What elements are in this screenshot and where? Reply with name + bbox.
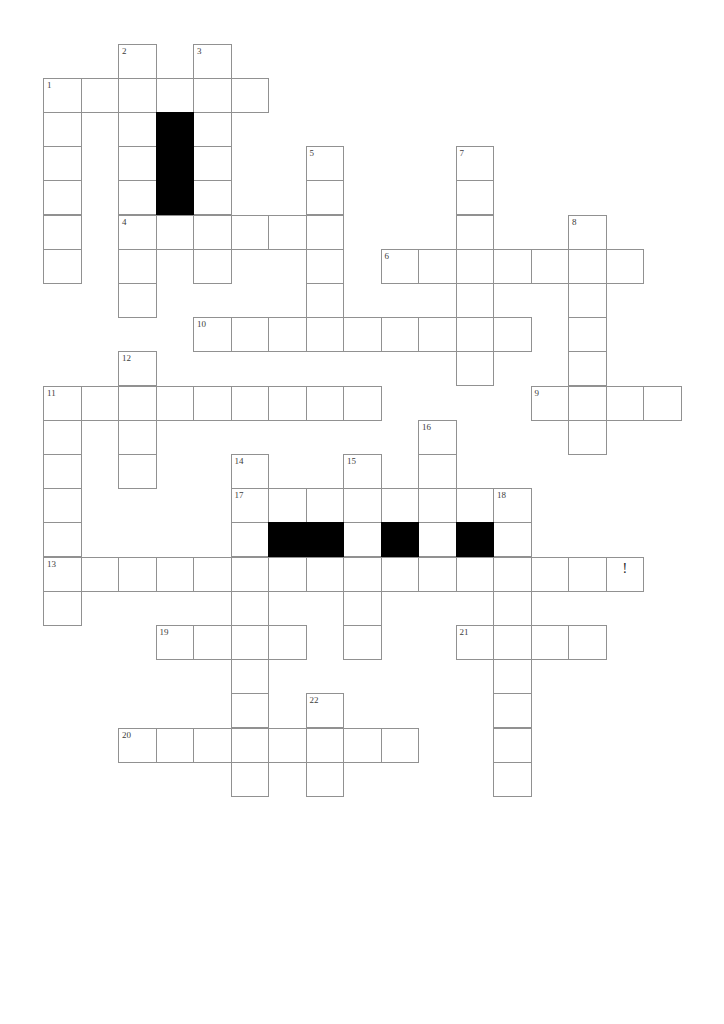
clue-number-13: 13 <box>47 559 56 570</box>
clue-number-6: 6 <box>385 251 390 262</box>
cell-r10c16[interactable] <box>643 386 682 421</box>
cell-r16c5[interactable] <box>231 591 270 626</box>
cell-r4c11[interactable] <box>456 180 495 215</box>
cell-r15c10[interactable] <box>418 557 457 592</box>
cell-r1c2[interactable] <box>118 78 157 113</box>
cell-r5c0[interactable] <box>43 215 82 250</box>
cell-r11c0[interactable] <box>43 420 82 455</box>
page: { "game": "crossword", "board": { "rows"… <box>0 0 724 1024</box>
cell-r6c15[interactable] <box>606 249 645 284</box>
cell-r19c5[interactable] <box>231 693 270 728</box>
cell-r20c5[interactable] <box>231 728 270 763</box>
cell-r5c14[interactable]: 8 <box>568 215 607 250</box>
cell-r14c10[interactable] <box>418 522 457 557</box>
cell-r17c13[interactable] <box>531 625 570 660</box>
cell-r13c7[interactable] <box>306 488 345 523</box>
cell-r3c0[interactable] <box>43 146 82 181</box>
cell-r21c7[interactable] <box>306 762 345 797</box>
cell-r1c1[interactable] <box>81 78 120 113</box>
cell-r1c5[interactable] <box>231 78 270 113</box>
clue-number-16: 16 <box>422 422 431 433</box>
cell-r15c15[interactable]: ! <box>606 557 645 592</box>
clue-number-15: 15 <box>347 456 356 467</box>
cell-r15c14[interactable] <box>568 557 607 592</box>
crossword-board: 231574861012119161415171813!19212220 <box>0 0 724 1024</box>
clue-number-18: 18 <box>497 490 506 501</box>
cell-r12c5[interactable]: 14 <box>231 454 270 489</box>
cell-r13c10[interactable] <box>418 488 457 523</box>
cell-r15c12[interactable] <box>493 557 532 592</box>
black-cell-r14c9 <box>381 522 420 557</box>
cell-r15c5[interactable] <box>231 557 270 592</box>
cell-r1c0[interactable]: 1 <box>43 78 82 113</box>
cell-r17c11[interactable]: 21 <box>456 625 495 660</box>
cell-r20c7[interactable] <box>306 728 345 763</box>
clue-number-7: 7 <box>460 148 465 159</box>
cell-r10c6[interactable] <box>268 386 307 421</box>
cell-r6c13[interactable] <box>531 249 570 284</box>
clue-number-3: 3 <box>197 46 202 57</box>
cell-r10c7[interactable] <box>306 386 345 421</box>
cell-r6c4[interactable] <box>193 249 232 284</box>
cell-r5c11[interactable] <box>456 215 495 250</box>
cell-r13c9[interactable] <box>381 488 420 523</box>
cell-r8c11[interactable] <box>456 317 495 352</box>
cell-r14c5[interactable] <box>231 522 270 557</box>
cell-r4c4[interactable] <box>193 180 232 215</box>
cell-r15c13[interactable] <box>531 557 570 592</box>
cell-r12c10[interactable] <box>418 454 457 489</box>
cell-r6c10[interactable] <box>418 249 457 284</box>
cell-r5c6[interactable] <box>268 215 307 250</box>
cell-r21c12[interactable] <box>493 762 532 797</box>
cell-r13c12[interactable]: 18 <box>493 488 532 523</box>
cell-r5c2[interactable]: 4 <box>118 215 157 250</box>
cell-r15c3[interactable] <box>156 557 195 592</box>
cell-r3c4[interactable] <box>193 146 232 181</box>
cell-r10c13[interactable]: 9 <box>531 386 570 421</box>
cell-r21c5[interactable] <box>231 762 270 797</box>
clue-number-20: 20 <box>122 730 131 741</box>
black-cell-r14c6 <box>268 522 307 557</box>
clue-number-4: 4 <box>122 217 127 228</box>
cell-r17c12[interactable] <box>493 625 532 660</box>
cell-r18c5[interactable] <box>231 659 270 694</box>
clue-number-10: 10 <box>197 319 206 330</box>
cell-r14c8[interactable] <box>343 522 382 557</box>
cell-r13c0[interactable] <box>43 488 82 523</box>
cell-r6c11[interactable] <box>456 249 495 284</box>
cell-r10c15[interactable] <box>606 386 645 421</box>
cell-r8c6[interactable] <box>268 317 307 352</box>
cell-r6c0[interactable] <box>43 249 82 284</box>
cell-r5c3[interactable] <box>156 215 195 250</box>
cell-r10c5[interactable] <box>231 386 270 421</box>
cell-r15c2[interactable] <box>118 557 157 592</box>
black-cell-r14c7 <box>306 522 345 557</box>
cell-r17c6[interactable] <box>268 625 307 660</box>
cell-r15c7[interactable] <box>306 557 345 592</box>
clue-number-2: 2 <box>122 46 127 57</box>
cell-r8c8[interactable] <box>343 317 382 352</box>
cell-r8c5[interactable] <box>231 317 270 352</box>
cell-r16c0[interactable] <box>43 591 82 626</box>
cell-r20c3[interactable] <box>156 728 195 763</box>
cell-r9c2[interactable]: 12 <box>118 351 157 386</box>
clue-number-14: 14 <box>235 456 244 467</box>
black-cell-r4c3 <box>156 180 195 215</box>
clue-number-5: 5 <box>310 148 315 159</box>
cell-r7c2[interactable] <box>118 283 157 318</box>
black-cell-r14c11 <box>456 522 495 557</box>
cell-r1c3[interactable] <box>156 78 195 113</box>
cell-r5c4[interactable] <box>193 215 232 250</box>
cell-r5c5[interactable] <box>231 215 270 250</box>
cell-r10c4[interactable] <box>193 386 232 421</box>
cell-r8c12[interactable] <box>493 317 532 352</box>
cell-r7c14[interactable] <box>568 283 607 318</box>
cell-r15c8[interactable] <box>343 557 382 592</box>
cell-r4c0[interactable] <box>43 180 82 215</box>
cell-r6c7[interactable] <box>306 249 345 284</box>
cell-r4c2[interactable] <box>118 180 157 215</box>
cell-r15c9[interactable] <box>381 557 420 592</box>
cell-r20c2[interactable]: 20 <box>118 728 157 763</box>
cell-r0c2[interactable]: 2 <box>118 44 157 79</box>
cell-r2c0[interactable] <box>43 112 82 147</box>
cell-r14c0[interactable] <box>43 522 82 557</box>
cell-r8c10[interactable] <box>418 317 457 352</box>
cell-r17c4[interactable] <box>193 625 232 660</box>
cell-r8c14[interactable] <box>568 317 607 352</box>
cell-r7c7[interactable] <box>306 283 345 318</box>
cell-r18c12[interactable] <box>493 659 532 694</box>
cell-r10c14[interactable] <box>568 386 607 421</box>
cell-r19c7[interactable]: 22 <box>306 693 345 728</box>
clue-number-19: 19 <box>160 627 169 638</box>
cell-r8c9[interactable] <box>381 317 420 352</box>
cell-r6c12[interactable] <box>493 249 532 284</box>
cell-r4c7[interactable] <box>306 180 345 215</box>
cell-r2c2[interactable] <box>118 112 157 147</box>
clue-number-11: 11 <box>47 388 56 399</box>
cell-r17c3[interactable]: 19 <box>156 625 195 660</box>
cell-r10c1[interactable] <box>81 386 120 421</box>
cell-r9c11[interactable] <box>456 351 495 386</box>
clue-number-12: 12 <box>122 353 131 364</box>
clue-number-9: 9 <box>535 388 540 399</box>
cell-r10c8[interactable] <box>343 386 382 421</box>
cell-r12c0[interactable] <box>43 454 82 489</box>
cell-r6c2[interactable] <box>118 249 157 284</box>
cell-r3c2[interactable] <box>118 146 157 181</box>
cell-r17c14[interactable] <box>568 625 607 660</box>
cell-r10c3[interactable] <box>156 386 195 421</box>
cell-r13c11[interactable] <box>456 488 495 523</box>
exclamation-mark: ! <box>607 561 644 577</box>
cell-r19c12[interactable] <box>493 693 532 728</box>
cell-r1c4[interactable] <box>193 78 232 113</box>
cell-r17c5[interactable] <box>231 625 270 660</box>
cell-r13c5[interactable]: 17 <box>231 488 270 523</box>
clue-number-1: 1 <box>47 80 52 91</box>
clue-number-22: 22 <box>310 695 319 706</box>
cell-r16c12[interactable] <box>493 591 532 626</box>
cell-r20c8[interactable] <box>343 728 382 763</box>
cell-r11c14[interactable] <box>568 420 607 455</box>
cell-r10c0[interactable]: 11 <box>43 386 82 421</box>
cell-r20c12[interactable] <box>493 728 532 763</box>
clue-number-8: 8 <box>572 217 577 228</box>
cell-r9c14[interactable] <box>568 351 607 386</box>
cell-r20c9[interactable] <box>381 728 420 763</box>
cell-r0c4[interactable]: 3 <box>193 44 232 79</box>
cell-r7c11[interactable] <box>456 283 495 318</box>
cell-r10c2[interactable] <box>118 386 157 421</box>
cell-r6c9[interactable]: 6 <box>381 249 420 284</box>
cell-r3c11[interactable]: 7 <box>456 146 495 181</box>
cell-r8c4[interactable]: 10 <box>193 317 232 352</box>
cell-r11c10[interactable]: 16 <box>418 420 457 455</box>
black-cell-r3c3 <box>156 146 195 181</box>
cell-r13c6[interactable] <box>268 488 307 523</box>
cell-r6c14[interactable] <box>568 249 607 284</box>
clue-number-21: 21 <box>460 627 469 638</box>
cell-r13c8[interactable] <box>343 488 382 523</box>
cell-r8c7[interactable] <box>306 317 345 352</box>
cell-r2c4[interactable] <box>193 112 232 147</box>
cell-r17c8[interactable] <box>343 625 382 660</box>
black-cell-r2c3 <box>156 112 195 147</box>
cell-r3c7[interactable]: 5 <box>306 146 345 181</box>
cell-r20c6[interactable] <box>268 728 307 763</box>
cell-r5c7[interactable] <box>306 215 345 250</box>
cell-r15c4[interactable] <box>193 557 232 592</box>
cell-r15c0[interactable]: 13 <box>43 557 82 592</box>
cell-r12c8[interactable]: 15 <box>343 454 382 489</box>
cell-r14c12[interactable] <box>493 522 532 557</box>
cell-r15c6[interactable] <box>268 557 307 592</box>
cell-r15c11[interactable] <box>456 557 495 592</box>
cell-r16c8[interactable] <box>343 591 382 626</box>
cell-r11c2[interactable] <box>118 420 157 455</box>
cell-r12c2[interactable] <box>118 454 157 489</box>
cell-r15c1[interactable] <box>81 557 120 592</box>
cell-r20c4[interactable] <box>193 728 232 763</box>
clue-number-17: 17 <box>235 490 244 501</box>
